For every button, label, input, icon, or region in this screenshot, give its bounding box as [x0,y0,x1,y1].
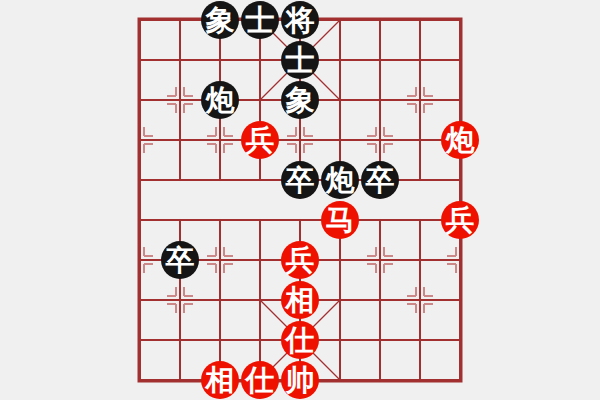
board-point[interactable]: 炮 [440,120,480,160]
board-point[interactable] [280,200,320,240]
board-point[interactable] [160,160,200,200]
board-point[interactable] [440,160,480,200]
board-point[interactable] [160,0,200,40]
board-point[interactable]: 相 [200,360,240,400]
board-point[interactable] [400,200,440,240]
board-point[interactable]: 炮 [320,160,360,200]
board-point[interactable] [200,200,240,240]
board-point[interactable] [400,240,440,280]
piece-red-horse[interactable]: 马 [321,201,359,239]
board-point[interactable] [120,280,160,320]
board-point[interactable] [360,240,400,280]
board-point[interactable] [160,40,200,80]
board-point[interactable]: 卒 [360,160,400,200]
board-point[interactable] [440,280,480,320]
board-point[interactable] [440,80,480,120]
piece-black-cannon[interactable]: 炮 [201,81,239,119]
board-point[interactable] [360,80,400,120]
board-point[interactable] [360,40,400,80]
board-point[interactable] [400,320,440,360]
board-point[interactable] [320,360,360,400]
board-point[interactable] [160,120,200,160]
board-point[interactable] [440,360,480,400]
board-point[interactable] [400,40,440,80]
board-point[interactable] [120,320,160,360]
board-point[interactable]: 象 [280,80,320,120]
board-point[interactable] [360,120,400,160]
board-point[interactable]: 仕 [280,320,320,360]
xiangqi-board: 象士将士炮象兵炮卒炮卒马兵卒兵相仕相仕帅 [0,0,600,400]
board-point[interactable] [200,40,240,80]
board-point[interactable] [320,240,360,280]
piece-red-elephant[interactable]: 相 [201,361,239,399]
board-point[interactable] [400,120,440,160]
board-point[interactable] [240,240,280,280]
board-point[interactable]: 相 [280,280,320,320]
board-grid: 象士将士炮象兵炮卒炮卒马兵卒兵相仕相仕帅 [120,0,480,400]
board-point[interactable] [440,40,480,80]
board-point[interactable] [200,280,240,320]
board-point[interactable] [360,360,400,400]
board-point[interactable] [160,280,200,320]
piece-red-soldier[interactable]: 兵 [281,241,319,279]
board-point[interactable] [320,320,360,360]
board-point[interactable] [320,120,360,160]
board-point[interactable] [240,40,280,80]
board-point[interactable] [360,0,400,40]
board-point[interactable] [120,40,160,80]
board-point[interactable] [120,80,160,120]
piece-red-general[interactable]: 帅 [281,361,319,399]
board-point[interactable] [200,120,240,160]
board-point[interactable] [440,0,480,40]
piece-black-elephant[interactable]: 象 [201,1,239,39]
board-point[interactable] [320,0,360,40]
board-point[interactable] [200,240,240,280]
piece-red-cannon[interactable]: 炮 [441,121,479,159]
board-point[interactable]: 仕 [240,360,280,400]
board-point[interactable] [400,160,440,200]
board-point[interactable] [200,160,240,200]
piece-red-soldier[interactable]: 兵 [241,121,279,159]
board-point[interactable]: 士 [280,40,320,80]
board-point[interactable] [360,280,400,320]
piece-black-soldier[interactable]: 卒 [361,161,399,199]
board-point[interactable] [400,0,440,40]
board-point[interactable] [160,320,200,360]
board-point[interactable] [160,360,200,400]
board-point[interactable] [400,360,440,400]
piece-black-advisor[interactable]: 士 [281,41,319,79]
piece-black-soldier[interactable]: 卒 [281,161,319,199]
board-point[interactable] [120,240,160,280]
piece-black-elephant[interactable]: 象 [281,81,319,119]
board-point[interactable] [320,40,360,80]
board-point[interactable] [200,320,240,360]
board-point[interactable] [280,120,320,160]
board-point[interactable] [400,80,440,120]
piece-red-elephant[interactable]: 相 [281,281,319,319]
board-point[interactable] [240,280,280,320]
board-point[interactable] [320,280,360,320]
board-point[interactable]: 卒 [160,240,200,280]
board-point[interactable]: 马 [320,200,360,240]
board-point[interactable]: 象 [200,0,240,40]
piece-black-advisor[interactable]: 士 [241,1,279,39]
board-point[interactable]: 兵 [440,200,480,240]
piece-red-advisor[interactable]: 仕 [241,361,279,399]
board-point[interactable] [360,320,400,360]
board-point[interactable]: 卒 [280,160,320,200]
piece-red-soldier[interactable]: 兵 [441,201,479,239]
board-point[interactable]: 炮 [200,80,240,120]
board-point[interactable] [240,200,280,240]
board-point[interactable] [400,280,440,320]
board-point[interactable] [160,200,200,240]
board-point[interactable]: 士 [240,0,280,40]
board-point[interactable] [120,160,160,200]
board-point[interactable] [240,320,280,360]
board-point[interactable] [120,360,160,400]
piece-red-advisor[interactable]: 仕 [281,321,319,359]
board-point[interactable] [320,80,360,120]
board-point[interactable]: 帅 [280,360,320,400]
xiangqi-app: 象士将士炮象兵炮卒炮卒马兵卒兵相仕相仕帅 [0,0,600,400]
board-point[interactable] [240,80,280,120]
board-point[interactable] [360,200,400,240]
board-point[interactable] [240,160,280,200]
board-point[interactable] [120,200,160,240]
board-point[interactable] [440,320,480,360]
piece-black-cannon[interactable]: 炮 [321,161,359,199]
board-point[interactable]: 兵 [240,120,280,160]
board-point[interactable] [440,240,480,280]
piece-black-soldier[interactable]: 卒 [161,241,199,279]
board-point[interactable]: 将 [280,0,320,40]
piece-black-general[interactable]: 将 [281,1,319,39]
board-point[interactable]: 兵 [280,240,320,280]
board-point[interactable] [120,0,160,40]
board-point[interactable] [120,120,160,160]
board-point[interactable] [160,80,200,120]
